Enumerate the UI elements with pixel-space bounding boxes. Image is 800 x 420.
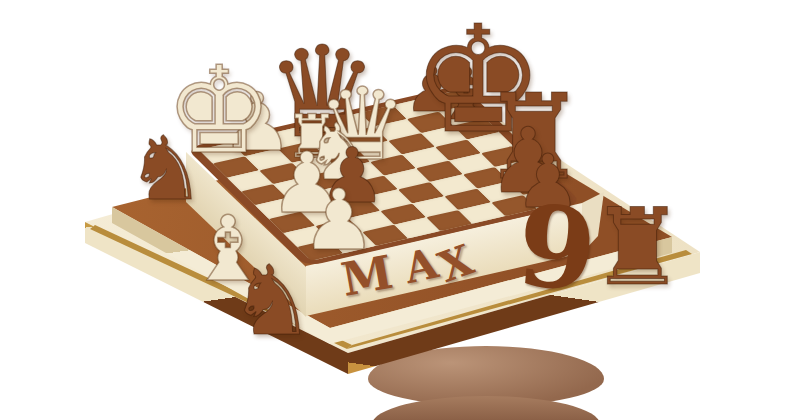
age-numeral: 9	[497, 197, 617, 298]
cake-stand-foot	[372, 396, 600, 420]
letter-a: A	[397, 245, 445, 287]
scene: ♚♟♛♜♛♞♟♟♟♟♝♚♜♟♟♞♝♞♜MAX9	[0, 0, 800, 420]
letter-m: M	[339, 255, 391, 300]
